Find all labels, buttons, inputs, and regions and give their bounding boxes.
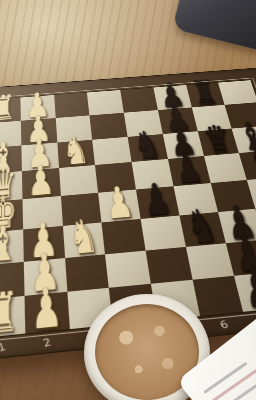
square-f4[interactable] bbox=[102, 219, 146, 254]
square-e4[interactable]: ♟ bbox=[98, 189, 140, 222]
square-f3[interactable]: ♞ bbox=[62, 222, 105, 257]
square-h1[interactable]: ♜ bbox=[0, 296, 25, 338]
square-g3[interactable] bbox=[65, 254, 110, 292]
square-a4[interactable] bbox=[87, 90, 124, 115]
square-a1[interactable]: ♜ bbox=[0, 98, 21, 124]
square-g4[interactable] bbox=[105, 250, 151, 288]
square-d2[interactable]: ♟ bbox=[22, 168, 61, 199]
square-d3[interactable] bbox=[59, 165, 99, 196]
square-e5[interactable]: ♟ bbox=[136, 186, 179, 218]
square-c3[interactable]: ♞ bbox=[57, 139, 95, 168]
square-f1[interactable]: ♝ bbox=[0, 229, 24, 265]
dark-case bbox=[172, 0, 256, 54]
square-a5[interactable] bbox=[120, 88, 157, 113]
square-f5[interactable] bbox=[141, 215, 186, 250]
square-b4[interactable] bbox=[90, 113, 128, 140]
rank-label-1: 1 bbox=[0, 333, 26, 363]
square-c4[interactable] bbox=[92, 137, 131, 166]
photo-scene: ♜♟♟♜♟♟♝♟♞♞♟♛♝♛♟♟♝♚♟♟♚♝♟♞♞♟♟♟♜♟♟♜ 1234567… bbox=[0, 0, 256, 400]
square-c5[interactable]: ♞ bbox=[128, 134, 168, 162]
square-h2[interactable]: ♟ bbox=[24, 292, 69, 334]
square-a8[interactable] bbox=[218, 80, 256, 105]
square-g5[interactable] bbox=[146, 246, 193, 284]
square-a3[interactable] bbox=[54, 92, 90, 117]
